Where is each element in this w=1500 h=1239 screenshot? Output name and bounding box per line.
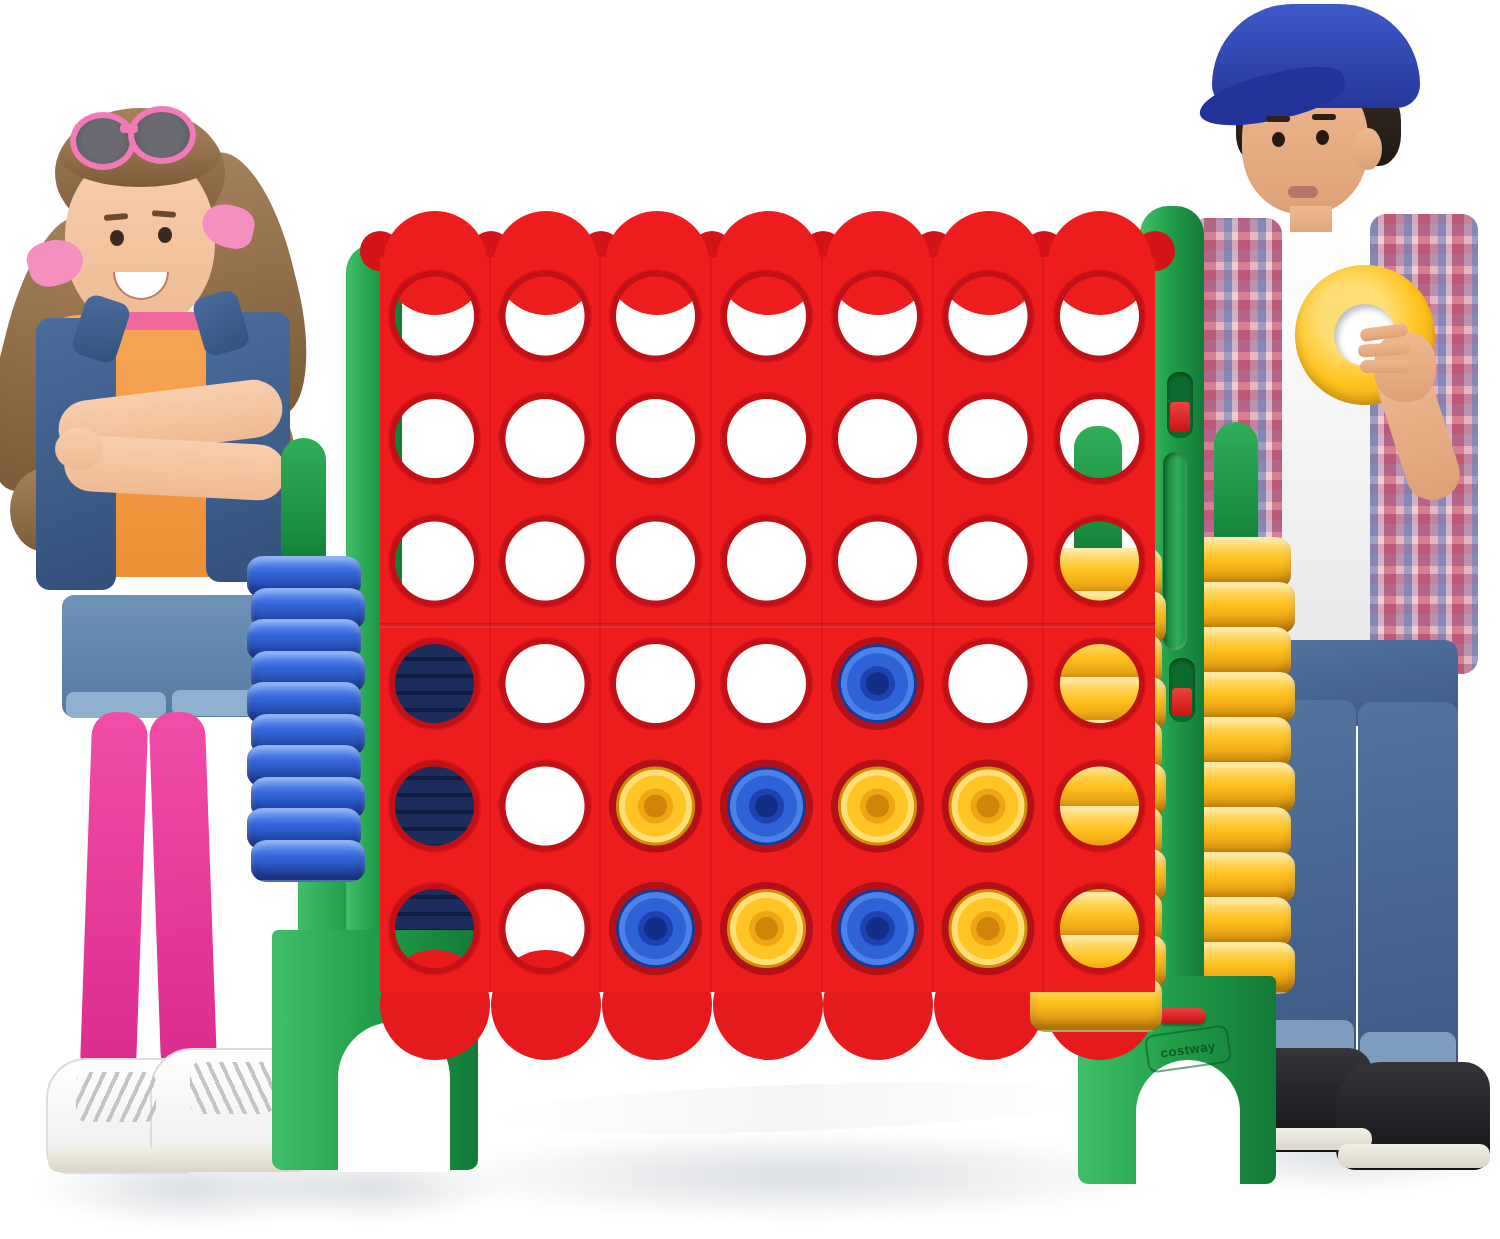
- board-column-6[interactable]: [934, 205, 1045, 1050]
- board-column-5[interactable]: [823, 205, 934, 1050]
- board-panel: [380, 205, 1155, 1050]
- board-column-1[interactable]: [380, 205, 491, 1050]
- board-column-3[interactable]: [601, 205, 712, 1050]
- scene: costway: [0, 0, 1500, 1239]
- board-column-7[interactable]: [1044, 205, 1155, 1050]
- board-column-2[interactable]: [491, 205, 602, 1050]
- board-column-overlays: [380, 205, 1155, 1050]
- board-column-4[interactable]: [712, 205, 823, 1050]
